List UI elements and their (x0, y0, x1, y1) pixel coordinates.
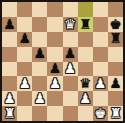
square-e7[interactable]: ♛ (63, 17, 78, 32)
square-b6[interactable]: ♟ (17, 32, 32, 47)
square-e5[interactable]: ♟ (63, 47, 78, 62)
square-c2[interactable]: ♟ (32, 91, 47, 106)
square-g3[interactable]: ♟ (93, 76, 108, 91)
square-d1[interactable] (47, 106, 62, 121)
piece-white-pawn: ♟ (94, 77, 106, 91)
square-f5[interactable] (78, 47, 93, 62)
square-a2[interactable]: ♟ (2, 91, 17, 106)
square-e4[interactable]: ♟ (63, 62, 78, 77)
square-f7[interactable]: ♜ (78, 17, 93, 32)
square-e8[interactable] (63, 2, 78, 17)
square-a7[interactable]: ♟ (2, 17, 17, 32)
square-e1[interactable] (63, 106, 78, 121)
square-d8[interactable] (47, 2, 62, 17)
piece-black-queen: ♛ (79, 77, 91, 91)
piece-black-rook: ♜ (79, 17, 91, 31)
square-e6[interactable] (63, 32, 78, 47)
square-h8[interactable] (108, 2, 123, 17)
piece-white-rook: ♜ (4, 106, 16, 120)
piece-white-pawn: ♟ (49, 77, 61, 91)
piece-black-pawn: ♟ (4, 17, 16, 31)
square-a8[interactable] (2, 2, 17, 17)
square-e2[interactable] (63, 91, 78, 106)
piece-white-queen: ♛ (64, 17, 76, 31)
piece-black-pawn: ♟ (49, 62, 61, 76)
piece-white-pawn: ♟ (4, 91, 16, 105)
square-a4[interactable] (2, 62, 17, 77)
square-f6[interactable] (78, 32, 93, 47)
square-f2[interactable]: ♟ (78, 91, 93, 106)
square-b1[interactable] (17, 106, 32, 121)
piece-black-pawn: ♟ (34, 47, 46, 61)
square-g6[interactable] (93, 32, 108, 47)
piece-black-pawn: ♟ (64, 47, 76, 61)
piece-black-king: ♚ (109, 17, 121, 31)
square-a5[interactable] (2, 47, 17, 62)
square-b4[interactable] (17, 62, 32, 77)
piece-black-rook: ♜ (109, 32, 121, 46)
square-h1[interactable]: ♜ (108, 106, 123, 121)
square-d2[interactable] (47, 91, 62, 106)
square-g5[interactable] (93, 47, 108, 62)
square-g2[interactable] (93, 91, 108, 106)
square-d4[interactable]: ♟ (47, 62, 62, 77)
square-c4[interactable] (32, 62, 47, 77)
square-h5[interactable] (108, 47, 123, 62)
square-h4[interactable] (108, 62, 123, 77)
square-h7[interactable]: ♚ (108, 17, 123, 32)
square-c1[interactable] (32, 106, 47, 121)
square-d6[interactable] (47, 32, 62, 47)
piece-black-pawn: ♟ (109, 77, 121, 91)
chess-board: ♟♛♜♚♟♜♟♟♟♟♟♟♛♟♟♟♟♟♜♚♜ (2, 2, 123, 121)
square-h2[interactable] (108, 91, 123, 106)
piece-black-pawn: ♟ (19, 32, 31, 46)
square-c7[interactable] (32, 17, 47, 32)
piece-white-pawn: ♟ (64, 62, 76, 76)
piece-white-pawn: ♟ (34, 91, 46, 105)
square-g1[interactable]: ♚ (93, 106, 108, 121)
square-b3[interactable]: ♟ (17, 76, 32, 91)
square-a6[interactable] (2, 32, 17, 47)
square-c5[interactable]: ♟ (32, 47, 47, 62)
square-c6[interactable] (32, 32, 47, 47)
piece-white-pawn: ♟ (79, 91, 91, 105)
square-b2[interactable] (17, 91, 32, 106)
square-b5[interactable] (17, 47, 32, 62)
square-f3[interactable]: ♛ (78, 76, 93, 91)
square-a3[interactable] (2, 76, 17, 91)
piece-white-rook: ♜ (109, 106, 121, 120)
square-h3[interactable]: ♟ (108, 76, 123, 91)
square-f4[interactable] (78, 62, 93, 77)
square-d3[interactable]: ♟ (47, 76, 62, 91)
square-c3[interactable] (32, 76, 47, 91)
piece-white-pawn: ♟ (19, 77, 31, 91)
square-f8[interactable] (78, 2, 93, 17)
piece-white-king: ♚ (94, 106, 106, 120)
square-d5[interactable] (47, 47, 62, 62)
square-g4[interactable] (93, 62, 108, 77)
square-a1[interactable]: ♜ (2, 106, 17, 121)
square-d7[interactable] (47, 17, 62, 32)
square-b8[interactable] (17, 2, 32, 17)
chess-board-screenshot: ♟♛♜♚♟♜♟♟♟♟♟♟♛♟♟♟♟♟♜♚♜ (0, 0, 125, 123)
square-g7[interactable] (93, 17, 108, 32)
square-f1[interactable] (78, 106, 93, 121)
square-b7[interactable] (17, 17, 32, 32)
square-h6[interactable]: ♜ (108, 32, 123, 47)
square-g8[interactable] (93, 2, 108, 17)
square-c8[interactable] (32, 2, 47, 17)
square-e3[interactable] (63, 76, 78, 91)
